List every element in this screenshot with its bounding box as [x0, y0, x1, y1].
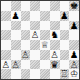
square-g4[interactable]: [60, 40, 70, 50]
square-a4[interactable]: [1, 40, 11, 50]
square-g2[interactable]: [60, 60, 70, 70]
square-d6[interactable]: [30, 21, 40, 31]
square-b1[interactable]: [11, 69, 21, 79]
piece-black-pawn-b7: ♟: [11, 11, 20, 20]
piece-black-pawn-h6: ♟: [70, 21, 79, 30]
square-c6[interactable]: [21, 21, 31, 31]
piece-black-knight-f5: ♞: [50, 30, 59, 39]
square-b3[interactable]: [11, 50, 21, 60]
square-h1[interactable]: ♔: [69, 69, 79, 79]
square-b5[interactable]: [11, 30, 21, 40]
square-a3[interactable]: [1, 50, 11, 60]
square-f5[interactable]: ♞: [50, 30, 60, 40]
square-c2[interactable]: [21, 60, 31, 70]
square-h6[interactable]: ♟: [69, 21, 79, 31]
square-c4[interactable]: [21, 40, 31, 50]
square-e2[interactable]: [40, 60, 50, 70]
square-a2[interactable]: ♙: [1, 60, 11, 70]
square-a5[interactable]: [1, 30, 11, 40]
square-a6[interactable]: [1, 21, 11, 31]
piece-white-pawn-c3: ♙: [21, 50, 30, 59]
square-e1[interactable]: [40, 69, 50, 79]
square-b2[interactable]: ♙: [11, 60, 21, 70]
square-g3[interactable]: [60, 50, 70, 60]
square-e6[interactable]: [40, 21, 50, 31]
square-d5[interactable]: ♙: [30, 30, 40, 40]
piece-white-king-h1: ♔: [70, 69, 79, 78]
square-e4[interactable]: ♕: [40, 40, 50, 50]
square-h3[interactable]: ♟: [69, 50, 79, 60]
square-c1[interactable]: [21, 69, 31, 79]
square-g1[interactable]: ♖: [60, 69, 70, 79]
square-f7[interactable]: [50, 11, 60, 21]
square-c8[interactable]: [21, 1, 31, 11]
chess-board-frame: ♚♟♟♟♙♞♕♙♙♟♙♙♛♙♖♔: [0, 0, 80, 80]
square-c7[interactable]: [21, 11, 31, 21]
square-b8[interactable]: [11, 1, 21, 11]
square-c5[interactable]: [21, 30, 31, 40]
square-b6[interactable]: [11, 21, 21, 31]
piece-black-pawn-g7: ♟: [60, 11, 69, 20]
square-h4[interactable]: [69, 40, 79, 50]
piece-white-pawn-f3: ♙: [50, 50, 59, 59]
square-f4[interactable]: [50, 40, 60, 50]
piece-white-queen-e4: ♕: [41, 40, 50, 49]
square-g5[interactable]: [60, 30, 70, 40]
square-h8[interactable]: ♚: [69, 1, 79, 11]
square-b4[interactable]: [11, 40, 21, 50]
square-e8[interactable]: [40, 1, 50, 11]
square-f6[interactable]: [50, 21, 60, 31]
piece-white-pawn-d5: ♙: [31, 30, 40, 39]
piece-black-queen-f2: ♛: [50, 60, 59, 69]
square-g7[interactable]: ♟: [60, 11, 70, 21]
square-h5[interactable]: [69, 30, 79, 40]
square-d7[interactable]: [30, 11, 40, 21]
square-b7[interactable]: ♟: [11, 11, 21, 21]
chess-board: ♚♟♟♟♙♞♕♙♙♟♙♙♛♙♖♔: [1, 1, 79, 79]
square-a1[interactable]: [1, 69, 11, 79]
square-a7[interactable]: [1, 11, 11, 21]
square-h7[interactable]: [69, 11, 79, 21]
square-f8[interactable]: [50, 1, 60, 11]
square-d2[interactable]: [30, 60, 40, 70]
square-c3[interactable]: ♙: [21, 50, 31, 60]
piece-white-pawn-h2: ♙: [70, 60, 79, 69]
piece-white-pawn-b2: ♙: [11, 60, 20, 69]
square-d8[interactable]: [30, 1, 40, 11]
square-g8[interactable]: [60, 1, 70, 11]
square-f1[interactable]: [50, 69, 60, 79]
square-d4[interactable]: [30, 40, 40, 50]
square-d3[interactable]: [30, 50, 40, 60]
piece-black-king-h8: ♚: [70, 1, 79, 10]
square-e7[interactable]: [40, 11, 50, 21]
piece-black-pawn-h3: ♟: [70, 50, 79, 59]
square-a8[interactable]: [1, 1, 11, 11]
square-e3[interactable]: [40, 50, 50, 60]
piece-white-rook-g1: ♖: [60, 69, 69, 78]
square-h2[interactable]: ♙: [69, 60, 79, 70]
square-e5[interactable]: [40, 30, 50, 40]
square-g6[interactable]: [60, 21, 70, 31]
piece-white-pawn-a2: ♙: [2, 60, 11, 69]
square-f2[interactable]: ♛: [50, 60, 60, 70]
square-d1[interactable]: [30, 69, 40, 79]
square-f3[interactable]: ♙: [50, 50, 60, 60]
